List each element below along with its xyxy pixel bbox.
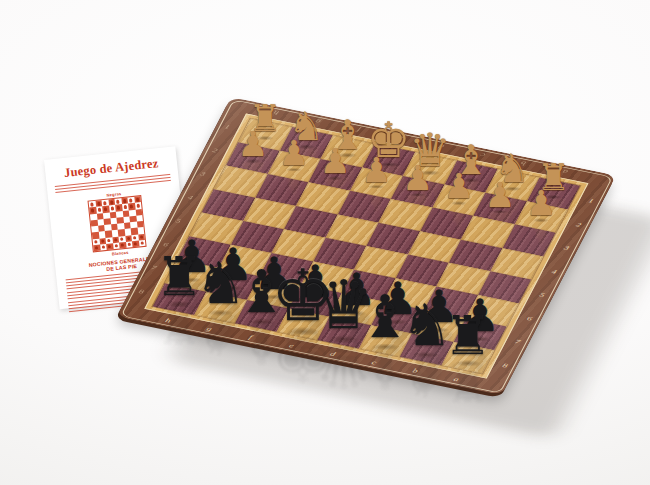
diagram-cell [138,240,145,247]
printed-chess-diagram [87,195,146,252]
white-pawn-glyph: ♟ [361,152,392,186]
white-pawn-glyph: ♟ [402,161,433,195]
white-pawn-glyph: ♟ [526,186,557,220]
white-pawn-glyph: ♟ [485,177,516,211]
white-pawn-glyph: ♟ [237,127,268,161]
white-pawn-glyph: ♟ [443,169,474,203]
white-pawn-glyph: ♟ [279,135,310,169]
black-rook-glyph: ♜ [155,251,203,305]
white-pawn-glyph: ♟ [320,144,351,178]
product-photo-scene: Juego de Ajedrez Negras Blancas NOCIONES… [0,0,650,485]
